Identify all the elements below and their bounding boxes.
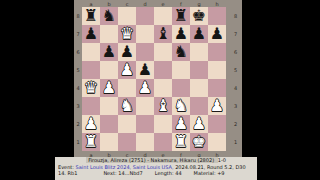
board-square-d7[interactable] — [136, 25, 154, 43]
board-square-g1[interactable]: ♚ — [190, 133, 208, 151]
board-square-e5[interactable] — [154, 61, 172, 79]
board-square-h8[interactable] — [208, 7, 226, 25]
piece-bP-d5[interactable]: ♟ — [138, 62, 152, 78]
coord-label-6: 6 — [232, 43, 239, 61]
piece-wP-a2[interactable]: ♟ — [84, 116, 98, 132]
piece-bP-b6[interactable]: ♟ — [102, 44, 116, 60]
board-square-g5[interactable] — [190, 61, 208, 79]
coord-label-2: 2 — [75, 115, 82, 133]
piece-wR-a1[interactable]: ♜ — [84, 134, 98, 150]
board-square-b5[interactable] — [100, 61, 118, 79]
rank-labels-left: 87654321 — [75, 7, 82, 151]
white-player-name: Firouzja, Alireza — [88, 157, 127, 163]
board-square-f5[interactable] — [172, 61, 190, 79]
board-square-b1[interactable] — [100, 133, 118, 151]
board-square-b3[interactable] — [100, 97, 118, 115]
board-square-a1[interactable]: ♜ — [82, 133, 100, 151]
board-square-b8[interactable]: ♞ — [100, 7, 118, 25]
piece-wP-d4[interactable]: ♟ — [138, 80, 152, 96]
piece-wQ-a4[interactable]: ♛ — [84, 80, 98, 96]
board-square-f4[interactable] — [172, 79, 190, 97]
board-square-g6[interactable] — [190, 43, 208, 61]
board-square-e7[interactable]: ♝ — [154, 25, 172, 43]
piece-wB-e3[interactable]: ♝ — [156, 98, 170, 114]
board-square-b2[interactable] — [100, 115, 118, 133]
board-square-a6[interactable] — [82, 43, 100, 61]
piece-wP-c5[interactable]: ♟ — [120, 62, 134, 78]
piece-wP-b4[interactable]: ♟ — [102, 80, 116, 96]
board-square-e3[interactable]: ♝ — [154, 97, 172, 115]
piece-wP-f2[interactable]: ♟ — [174, 116, 188, 132]
board-square-c3[interactable]: ♞ — [118, 97, 136, 115]
game-result: 1-0 — [218, 157, 226, 163]
piece-bN-f6[interactable]: ♞ — [174, 44, 188, 60]
piece-wN-f3[interactable]: ♞ — [174, 98, 188, 114]
coord-label-8: 8 — [232, 7, 239, 25]
event-link[interactable]: Saint Louis Blitz 2024, Saint Louis USA, — [76, 164, 174, 170]
board-square-f6[interactable]: ♞ — [172, 43, 190, 61]
piece-wP-h3[interactable]: ♟ — [210, 98, 224, 114]
board-square-a7[interactable]: ♟ — [82, 25, 100, 43]
board-square-d6[interactable] — [136, 43, 154, 61]
board-square-d5[interactable]: ♟ — [136, 61, 154, 79]
board-square-h1[interactable] — [208, 133, 226, 151]
board-square-e8[interactable] — [154, 7, 172, 25]
piece-bP-f7[interactable]: ♟ — [174, 26, 188, 42]
coord-label-8: 8 — [75, 7, 82, 25]
board-square-c5[interactable]: ♟ — [118, 61, 136, 79]
coord-label-1: 1 — [232, 133, 239, 151]
board-square-e6[interactable] — [154, 43, 172, 61]
board-square-a2[interactable]: ♟ — [82, 115, 100, 133]
board-square-c8[interactable] — [118, 7, 136, 25]
game-length: Length: 44 — [155, 171, 182, 177]
video-frame: abcdefgh abcdefgh 87654321 87654321 ♜♞♜♚… — [0, 0, 320, 180]
coord-label-4: 4 — [232, 79, 239, 97]
event-details: 2024.08.21, Round 5.2, D30 — [174, 164, 246, 170]
board-square-c6[interactable]: ♟ — [118, 43, 136, 61]
coord-label-6: 6 — [75, 43, 82, 61]
board-square-f3[interactable]: ♞ — [172, 97, 190, 115]
piece-wQ-c7[interactable]: ♛ — [120, 26, 134, 42]
board-square-c1[interactable] — [118, 133, 136, 151]
next-move: Next: 14...Nbd7 — [103, 171, 142, 177]
event-label: Event: — [58, 164, 76, 170]
board-square-g3[interactable] — [190, 97, 208, 115]
black-player-elo: (2802) — [197, 157, 214, 163]
board-square-c2[interactable] — [118, 115, 136, 133]
white-player-elo: (2751) — [129, 157, 146, 163]
chess-board-window: abcdefgh abcdefgh 87654321 87654321 ♜♞♜♚… — [74, 0, 242, 158]
piece-bP-h7[interactable]: ♟ — [210, 26, 224, 42]
coord-label-5: 5 — [232, 61, 239, 79]
board-square-f7[interactable]: ♟ — [172, 25, 190, 43]
chess-board: ♜♞♜♚♟♛♝♟♟♟♟♟♞♟♟♛♟♟♞♝♞♟♟♟♟♜♜♚ — [82, 7, 226, 151]
piece-bN-b8[interactable]: ♞ — [102, 8, 116, 24]
rank-labels-right: 87654321 — [232, 7, 239, 151]
board-square-f2[interactable]: ♟ — [172, 115, 190, 133]
board-square-h6[interactable] — [208, 43, 226, 61]
coord-label-2: 2 — [232, 115, 239, 133]
piece-bB-e7[interactable]: ♝ — [156, 26, 170, 42]
board-square-e1[interactable] — [154, 133, 172, 151]
board-square-e4[interactable] — [154, 79, 172, 97]
coord-label-1: 1 — [75, 133, 82, 151]
board-square-a5[interactable] — [82, 61, 100, 79]
game-info-panel: Firouzja, Alireza (2751) - Nakamura, Hik… — [55, 157, 257, 180]
board-square-b4[interactable]: ♟ — [100, 79, 118, 97]
board-square-a4[interactable]: ♛ — [82, 79, 100, 97]
coord-label-5: 5 — [75, 61, 82, 79]
move-status-line: 14. Rb1 Next: 14...Nbd7 Length: 44 Mater… — [55, 171, 257, 177]
piece-bR-f8[interactable]: ♜ — [174, 8, 188, 24]
coord-label-c: c — [118, 1, 136, 7]
board-square-h3[interactable]: ♟ — [208, 97, 226, 115]
coord-label-3: 3 — [75, 97, 82, 115]
board-square-a3[interactable] — [82, 97, 100, 115]
board-square-b6[interactable]: ♟ — [100, 43, 118, 61]
piece-bP-a7[interactable]: ♟ — [84, 26, 98, 42]
piece-bK-g8[interactable]: ♚ — [192, 8, 206, 24]
board-square-d3[interactable] — [136, 97, 154, 115]
board-square-a8[interactable]: ♜ — [82, 7, 100, 25]
board-square-d4[interactable]: ♟ — [136, 79, 154, 97]
board-square-f1[interactable]: ♜ — [172, 133, 190, 151]
board-square-c7[interactable]: ♛ — [118, 25, 136, 43]
coord-label-h: h — [208, 1, 226, 7]
board-square-g7[interactable]: ♟ — [190, 25, 208, 43]
piece-wN-c3[interactable]: ♞ — [120, 98, 134, 114]
black-player-name: Nakamura, Hikaru — [151, 157, 196, 163]
coord-label-7: 7 — [232, 25, 239, 43]
piece-bP-g7[interactable]: ♟ — [192, 26, 206, 42]
coord-label-4: 4 — [75, 79, 82, 97]
players-separator: - — [147, 157, 149, 163]
piece-wK-g1[interactable]: ♚ — [192, 134, 206, 150]
coord-label-7: 7 — [75, 25, 82, 43]
coord-label-e: e — [154, 1, 172, 7]
board-square-h4[interactable] — [208, 79, 226, 97]
board-square-g4[interactable] — [190, 79, 208, 97]
board-square-b7[interactable] — [100, 25, 118, 43]
board-square-d8[interactable] — [136, 7, 154, 25]
last-move: 14. Rb1 — [58, 171, 77, 177]
piece-wP-g2[interactable]: ♟ — [192, 116, 206, 132]
board-square-h7[interactable]: ♟ — [208, 25, 226, 43]
board-square-h2[interactable] — [208, 115, 226, 133]
board-square-d1[interactable] — [136, 133, 154, 151]
piece-bP-c6[interactable]: ♟ — [120, 44, 134, 60]
board-square-d2[interactable] — [136, 115, 154, 133]
board-square-c4[interactable] — [118, 79, 136, 97]
piece-wR-f1[interactable]: ♜ — [174, 134, 188, 150]
board-square-h5[interactable] — [208, 61, 226, 79]
piece-bR-a8[interactable]: ♜ — [84, 8, 98, 24]
board-square-f8[interactable]: ♜ — [172, 7, 190, 25]
coord-label-3: 3 — [232, 97, 239, 115]
material-balance: Material: +9 — [194, 171, 225, 177]
board-square-g8[interactable]: ♚ — [190, 7, 208, 25]
board-square-e2[interactable] — [154, 115, 172, 133]
coord-label-d: d — [136, 1, 154, 7]
board-square-g2[interactable]: ♟ — [190, 115, 208, 133]
